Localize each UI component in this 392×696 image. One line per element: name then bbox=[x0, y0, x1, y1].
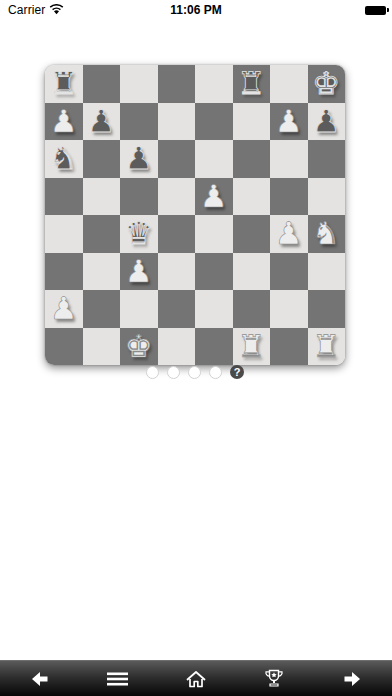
square-c1[interactable]: ♚ bbox=[120, 328, 158, 366]
forward-button[interactable] bbox=[340, 668, 366, 690]
square-f7[interactable] bbox=[233, 103, 271, 141]
white-pawn: ♟ bbox=[50, 293, 78, 324]
square-d7[interactable] bbox=[158, 103, 196, 141]
achievements-button[interactable] bbox=[261, 668, 287, 690]
square-g6[interactable] bbox=[270, 140, 308, 178]
home-icon bbox=[186, 670, 206, 688]
square-d4[interactable] bbox=[158, 215, 196, 253]
square-f3[interactable] bbox=[233, 253, 271, 291]
page-dot-4 bbox=[209, 366, 222, 379]
square-a6[interactable]: ♞ bbox=[45, 140, 83, 178]
square-e8[interactable] bbox=[195, 65, 233, 103]
square-e7[interactable] bbox=[195, 103, 233, 141]
square-g8[interactable] bbox=[270, 65, 308, 103]
square-f4[interactable] bbox=[233, 215, 271, 253]
back-button[interactable] bbox=[26, 668, 52, 690]
help-button[interactable]: ? bbox=[230, 365, 244, 379]
square-c6[interactable]: ♟ bbox=[120, 140, 158, 178]
black-king: ♚ bbox=[312, 68, 340, 99]
square-h3[interactable] bbox=[308, 253, 346, 291]
square-c3[interactable]: ♟ bbox=[120, 253, 158, 291]
square-a3[interactable] bbox=[45, 253, 83, 291]
white-pawn: ♟ bbox=[50, 106, 78, 137]
square-g3[interactable] bbox=[270, 253, 308, 291]
trophy-icon bbox=[264, 669, 284, 688]
square-a4[interactable] bbox=[45, 215, 83, 253]
clock: 11:06 PM bbox=[0, 3, 392, 17]
pager-row: ? bbox=[45, 364, 345, 380]
square-a5[interactable] bbox=[45, 178, 83, 216]
square-h4[interactable]: ♞ bbox=[308, 215, 346, 253]
square-f5[interactable] bbox=[233, 178, 271, 216]
square-g7[interactable]: ♟ bbox=[270, 103, 308, 141]
square-c4[interactable]: ♛ bbox=[120, 215, 158, 253]
status-bar: Carrier 11:06 PM bbox=[0, 0, 392, 20]
black-queen: ♛ bbox=[125, 218, 153, 249]
home-button[interactable] bbox=[183, 668, 209, 690]
chess-board: ♜♜♚♟♟♟♟♞♟♟♛♟♞♟♟♚♜♜ bbox=[45, 65, 345, 365]
black-pawn: ♟ bbox=[87, 106, 115, 137]
page-dots bbox=[146, 366, 222, 379]
square-d1[interactable] bbox=[158, 328, 196, 366]
square-g1[interactable] bbox=[270, 328, 308, 366]
menu-icon bbox=[107, 672, 128, 686]
back-arrow-icon bbox=[30, 671, 49, 687]
black-rook: ♜ bbox=[50, 68, 78, 99]
white-knight: ♞ bbox=[312, 218, 340, 249]
square-b8[interactable] bbox=[83, 65, 121, 103]
square-c7[interactable] bbox=[120, 103, 158, 141]
square-e1[interactable] bbox=[195, 328, 233, 366]
square-c8[interactable] bbox=[120, 65, 158, 103]
page-dot-1 bbox=[146, 366, 159, 379]
square-g2[interactable] bbox=[270, 290, 308, 328]
square-b4[interactable] bbox=[83, 215, 121, 253]
battery-icon bbox=[365, 6, 386, 15]
square-h6[interactable] bbox=[308, 140, 346, 178]
square-e5[interactable]: ♟ bbox=[195, 178, 233, 216]
white-rook: ♜ bbox=[237, 331, 265, 362]
page-dot-3 bbox=[188, 366, 201, 379]
square-a7[interactable]: ♟ bbox=[45, 103, 83, 141]
square-b5[interactable] bbox=[83, 178, 121, 216]
bottom-toolbar bbox=[0, 660, 392, 696]
square-e2[interactable] bbox=[195, 290, 233, 328]
square-h7[interactable]: ♟ bbox=[308, 103, 346, 141]
square-f2[interactable] bbox=[233, 290, 271, 328]
square-d5[interactable] bbox=[158, 178, 196, 216]
square-g4[interactable]: ♟ bbox=[270, 215, 308, 253]
menu-button[interactable] bbox=[105, 668, 131, 690]
square-a1[interactable] bbox=[45, 328, 83, 366]
square-e3[interactable] bbox=[195, 253, 233, 291]
black-pawn: ♟ bbox=[312, 106, 340, 137]
square-b3[interactable] bbox=[83, 253, 121, 291]
white-rook: ♜ bbox=[312, 331, 340, 362]
white-pawn: ♟ bbox=[275, 218, 303, 249]
square-e4[interactable] bbox=[195, 215, 233, 253]
white-pawn: ♟ bbox=[125, 256, 153, 287]
square-f1[interactable]: ♜ bbox=[233, 328, 271, 366]
white-pawn: ♟ bbox=[275, 106, 303, 137]
square-c2[interactable] bbox=[120, 290, 158, 328]
square-d3[interactable] bbox=[158, 253, 196, 291]
square-f6[interactable] bbox=[233, 140, 271, 178]
square-a2[interactable]: ♟ bbox=[45, 290, 83, 328]
forward-arrow-icon bbox=[343, 671, 362, 687]
black-pawn: ♟ bbox=[125, 143, 153, 174]
black-rook: ♜ bbox=[237, 68, 265, 99]
square-b7[interactable]: ♟ bbox=[83, 103, 121, 141]
square-b2[interactable] bbox=[83, 290, 121, 328]
square-d8[interactable] bbox=[158, 65, 196, 103]
square-b6[interactable] bbox=[83, 140, 121, 178]
square-e6[interactable] bbox=[195, 140, 233, 178]
white-king: ♚ bbox=[125, 331, 153, 362]
square-a8[interactable]: ♜ bbox=[45, 65, 83, 103]
black-knight: ♞ bbox=[50, 143, 78, 174]
square-h5[interactable] bbox=[308, 178, 346, 216]
square-d6[interactable] bbox=[158, 140, 196, 178]
page-dot-2 bbox=[167, 366, 180, 379]
square-f8[interactable]: ♜ bbox=[233, 65, 271, 103]
square-h1[interactable]: ♜ bbox=[308, 328, 346, 366]
square-h2[interactable] bbox=[308, 290, 346, 328]
square-d2[interactable] bbox=[158, 290, 196, 328]
square-c5[interactable] bbox=[120, 178, 158, 216]
square-g5[interactable] bbox=[270, 178, 308, 216]
white-pawn: ♟ bbox=[200, 181, 228, 212]
square-b1[interactable] bbox=[83, 328, 121, 366]
square-h8[interactable]: ♚ bbox=[308, 65, 346, 103]
